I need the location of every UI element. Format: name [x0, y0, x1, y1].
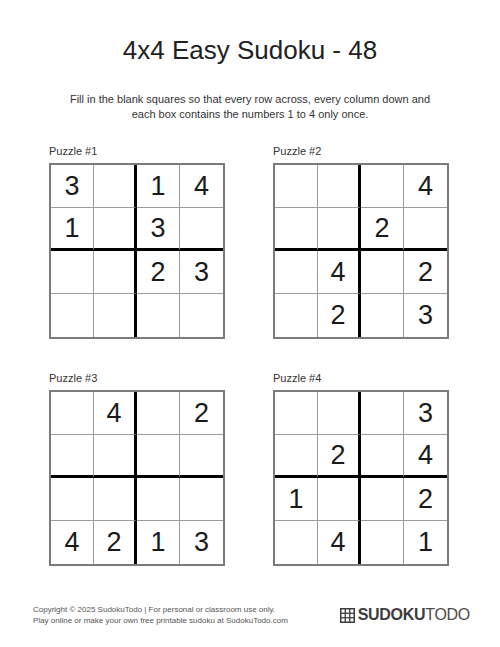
puzzle-1-cell-r1c1: 3 — [51, 165, 94, 208]
puzzle-2-grid: 424223 — [273, 163, 449, 339]
puzzle-1-cell-r4c2 — [94, 294, 137, 337]
puzzle-3-cell-r2c2 — [94, 435, 137, 478]
puzzle-3-cell-r1c1 — [51, 392, 94, 435]
puzzle-3-cell-r3c3 — [137, 478, 180, 521]
puzzle-1-grid: 3141323 — [49, 163, 225, 339]
puzzle-1-cell-r3c3: 2 — [137, 251, 180, 294]
instructions-line-2: each box contains the numbers 1 to 4 onl… — [132, 108, 369, 120]
puzzle-1-cell-r1c4: 4 — [180, 165, 223, 208]
puzzle-4-cell-r3c2 — [318, 478, 361, 521]
puzzle-3-cell-r3c2 — [94, 478, 137, 521]
puzzle-3-cell-r1c2: 4 — [94, 392, 137, 435]
puzzle-3-cell-r4c3: 1 — [137, 521, 180, 564]
puzzle-1-cell-r4c1 — [51, 294, 94, 337]
puzzle-1-cell-r2c3: 3 — [137, 208, 180, 251]
puzzle-2-cell-r3c2: 4 — [318, 251, 361, 294]
puzzle-1-cell-r3c4: 3 — [180, 251, 223, 294]
puzzle-1-cell-r2c4 — [180, 208, 223, 251]
puzzle-1-cell-r4c3 — [137, 294, 180, 337]
copyright-text: Copyright © 2025 SudokuTodo | For person… — [33, 604, 288, 626]
puzzle-2-cell-r1c1 — [275, 165, 318, 208]
sudoku-grid-icon — [340, 608, 355, 623]
puzzle-4-cell-r4c2: 4 — [318, 521, 361, 564]
puzzle-2-cell-r3c1 — [275, 251, 318, 294]
puzzle-3: Puzzle #3 424213 — [49, 372, 225, 566]
page: 4x4 Easy Sudoku - 48 Fill in the blank s… — [0, 34, 500, 566]
puzzle-2-cell-r1c4: 4 — [404, 165, 447, 208]
puzzle-4-cell-r2c3 — [361, 435, 404, 478]
puzzle-4-cell-r4c4: 1 — [404, 521, 447, 564]
puzzle-4-cell-r2c1 — [275, 435, 318, 478]
puzzle-4-cell-r1c3 — [361, 392, 404, 435]
puzzle-2-cell-r2c2 — [318, 208, 361, 251]
puzzle-2-cell-r2c3: 2 — [361, 208, 404, 251]
puzzle-1-cell-r3c2 — [94, 251, 137, 294]
page-footer: Copyright © 2025 SudokuTodo | For person… — [33, 604, 470, 626]
puzzle-3-grid: 424213 — [49, 390, 225, 566]
puzzle-1-cell-r1c3: 1 — [137, 165, 180, 208]
puzzle-3-cell-r2c4 — [180, 435, 223, 478]
puzzle-2-cell-r3c3 — [361, 251, 404, 294]
page-title: 4x4 Easy Sudoku - 48 — [0, 34, 500, 66]
puzzle-4-cell-r1c2 — [318, 392, 361, 435]
puzzle-3-cell-r4c1: 4 — [51, 521, 94, 564]
puzzle-3-label: Puzzle #3 — [49, 372, 225, 385]
puzzle-2: Puzzle #2 424223 — [273, 145, 449, 339]
copyright-line-1: Copyright © 2025 SudokuTodo | For person… — [33, 604, 288, 615]
puzzle-4-cell-r3c3 — [361, 478, 404, 521]
puzzle-4-cell-r4c1 — [275, 521, 318, 564]
puzzle-2-cell-r1c2 — [318, 165, 361, 208]
puzzle-2-cell-r4c1 — [275, 294, 318, 337]
puzzle-4-cell-r3c1: 1 — [275, 478, 318, 521]
copyright-line-2: Play online or make your own free printa… — [33, 615, 288, 626]
puzzle-2-label: Puzzle #2 — [273, 145, 449, 158]
puzzle-1: Puzzle #1 3141323 — [49, 145, 225, 339]
puzzle-1-cell-r3c1 — [51, 251, 94, 294]
puzzle-4-label: Puzzle #4 — [273, 372, 449, 385]
puzzle-3-cell-r3c4 — [180, 478, 223, 521]
puzzle-3-cell-r1c4: 2 — [180, 392, 223, 435]
puzzle-1-cell-r2c2 — [94, 208, 137, 251]
puzzle-3-cell-r2c1 — [51, 435, 94, 478]
puzzle-4-grid: 3241241 — [273, 390, 449, 566]
puzzle-1-cell-r1c2 — [94, 165, 137, 208]
puzzle-1-label: Puzzle #1 — [49, 145, 225, 158]
instructions: Fill in the blank squares so that every … — [0, 92, 500, 122]
puzzle-4-cell-r2c4: 4 — [404, 435, 447, 478]
puzzle-2-cell-r2c1 — [275, 208, 318, 251]
puzzle-2-cell-r1c3 — [361, 165, 404, 208]
puzzle-3-cell-r3c1 — [51, 478, 94, 521]
puzzle-4-cell-r1c1 — [275, 392, 318, 435]
puzzle-1-cell-r2c1: 1 — [51, 208, 94, 251]
puzzle-2-cell-r4c4: 3 — [404, 294, 447, 337]
puzzle-3-cell-r2c3 — [137, 435, 180, 478]
puzzle-3-cell-r1c3 — [137, 392, 180, 435]
puzzle-4: Puzzle #4 3241241 — [273, 372, 449, 566]
puzzle-2-cell-r3c4: 2 — [404, 251, 447, 294]
puzzle-2-cell-r2c4 — [404, 208, 447, 251]
logo-text-todo: TODO — [425, 606, 470, 623]
puzzle-3-cell-r4c2: 2 — [94, 521, 137, 564]
puzzle-3-cell-r4c4: 3 — [180, 521, 223, 564]
puzzle-2-cell-r4c2: 2 — [318, 294, 361, 337]
puzzle-4-cell-r2c2: 2 — [318, 435, 361, 478]
puzzle-1-cell-r4c4 — [180, 294, 223, 337]
sudokutodo-logo: SUDOKUTODO — [340, 606, 470, 624]
puzzle-4-cell-r3c4: 2 — [404, 478, 447, 521]
puzzle-2-cell-r4c3 — [361, 294, 404, 337]
puzzle-4-cell-r1c4: 3 — [404, 392, 447, 435]
puzzle-4-cell-r4c3 — [361, 521, 404, 564]
logo-text: SUDOKUTODO — [358, 606, 470, 624]
logo-text-sudoku: SUDOKU — [358, 606, 426, 623]
puzzles-section: Puzzle #1 3141323 Puzzle #2 424223 Puzzl… — [49, 145, 500, 566]
instructions-line-1: Fill in the blank squares so that every … — [70, 93, 430, 105]
